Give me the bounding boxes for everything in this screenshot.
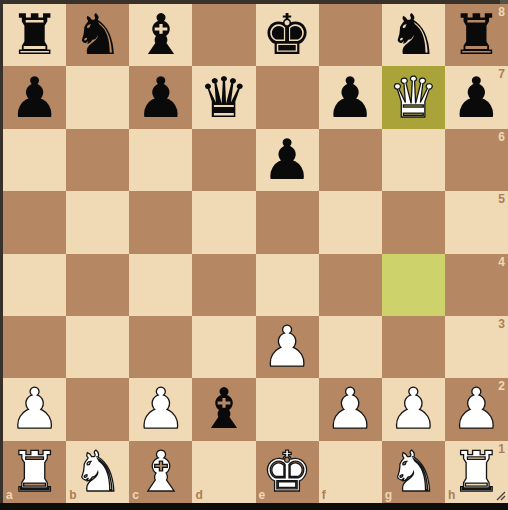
square-a8[interactable]: ♜ (3, 4, 66, 66)
square-a5[interactable] (3, 191, 66, 253)
chess-board: ♜♞♝♚♞8♜♟♟♛♟♛7♟♟654♟3♟♟♝♟♟2♟a♜b♞c♝de♚fg♞1… (3, 4, 508, 503)
square-c7[interactable]: ♟ (129, 66, 192, 128)
rank-label-2: 2 (498, 380, 505, 392)
file-label-c: c (132, 489, 139, 501)
piece-white-knight[interactable]: ♞ (73, 441, 123, 503)
square-h4[interactable]: 4 (445, 254, 508, 316)
square-f3[interactable] (319, 316, 382, 378)
piece-white-queen[interactable]: ♛ (388, 67, 438, 129)
rank-label-5: 5 (498, 193, 505, 205)
square-c6[interactable] (129, 129, 192, 191)
file-label-d: d (195, 489, 202, 501)
square-g6[interactable] (382, 129, 445, 191)
file-label-g: g (385, 489, 392, 501)
piece-white-bishop[interactable]: ♝ (136, 441, 186, 503)
square-c1[interactable]: c♝ (129, 441, 192, 503)
rank-label-7: 7 (498, 68, 505, 80)
square-e3[interactable]: ♟ (256, 316, 319, 378)
piece-black-rook[interactable]: ♜ (451, 4, 501, 66)
square-h6[interactable]: 6 (445, 129, 508, 191)
piece-black-rook[interactable]: ♜ (9, 4, 59, 66)
piece-white-rook[interactable]: ♜ (9, 441, 59, 503)
file-label-h: h (448, 489, 455, 501)
file-label-e: e (259, 489, 266, 501)
rank-label-8: 8 (498, 6, 505, 18)
square-b7[interactable] (66, 66, 129, 128)
square-c4[interactable] (129, 254, 192, 316)
square-h5[interactable]: 5 (445, 191, 508, 253)
square-f6[interactable] (319, 129, 382, 191)
piece-black-pawn[interactable]: ♟ (9, 67, 59, 129)
square-f5[interactable] (319, 191, 382, 253)
square-g5[interactable] (382, 191, 445, 253)
piece-black-king[interactable]: ♚ (262, 4, 312, 66)
square-c3[interactable] (129, 316, 192, 378)
square-c5[interactable] (129, 191, 192, 253)
square-h1[interactable]: 1h♜ (445, 441, 508, 503)
piece-black-queen[interactable]: ♛ (199, 67, 249, 129)
square-g3[interactable] (382, 316, 445, 378)
square-h7[interactable]: 7♟ (445, 66, 508, 128)
square-e6[interactable]: ♟ (256, 129, 319, 191)
board-frame: ♜♞♝♚♞8♜♟♟♛♟♛7♟♟654♟3♟♟♝♟♟2♟a♜b♞c♝de♚fg♞1… (0, 0, 508, 510)
piece-white-king[interactable]: ♚ (262, 441, 312, 503)
square-d2[interactable]: ♝ (192, 378, 255, 440)
square-d4[interactable] (192, 254, 255, 316)
piece-black-pawn[interactable]: ♟ (136, 67, 186, 129)
square-g7[interactable]: ♛ (382, 66, 445, 128)
piece-white-rook[interactable]: ♜ (451, 441, 501, 503)
square-d5[interactable] (192, 191, 255, 253)
board-resize-handle-icon[interactable] (496, 491, 506, 501)
square-a7[interactable]: ♟ (3, 66, 66, 128)
square-e5[interactable] (256, 191, 319, 253)
square-d3[interactable] (192, 316, 255, 378)
square-c8[interactable]: ♝ (129, 4, 192, 66)
square-f2[interactable]: ♟ (319, 378, 382, 440)
square-g8[interactable]: ♞ (382, 4, 445, 66)
piece-white-pawn[interactable]: ♟ (136, 378, 186, 440)
piece-black-pawn[interactable]: ♟ (262, 129, 312, 191)
square-b5[interactable] (66, 191, 129, 253)
frame-bottom-bar (0, 503, 508, 510)
piece-white-pawn[interactable]: ♟ (262, 316, 312, 378)
piece-black-pawn[interactable]: ♟ (325, 67, 375, 129)
square-b3[interactable] (66, 316, 129, 378)
piece-black-bishop[interactable]: ♝ (136, 4, 186, 66)
square-e7[interactable] (256, 66, 319, 128)
square-h3[interactable]: 3 (445, 316, 508, 378)
square-b8[interactable]: ♞ (66, 4, 129, 66)
square-f7[interactable]: ♟ (319, 66, 382, 128)
square-a2[interactable]: ♟ (3, 378, 66, 440)
piece-black-knight[interactable]: ♞ (73, 4, 123, 66)
square-f1[interactable]: f (319, 441, 382, 503)
square-e2[interactable] (256, 378, 319, 440)
rank-label-3: 3 (498, 318, 505, 330)
piece-black-pawn[interactable]: ♟ (451, 67, 501, 129)
piece-white-pawn[interactable]: ♟ (9, 378, 59, 440)
piece-white-pawn[interactable]: ♟ (325, 378, 375, 440)
square-g1[interactable]: g♞ (382, 441, 445, 503)
file-label-f: f (322, 489, 326, 501)
square-e8[interactable]: ♚ (256, 4, 319, 66)
square-f8[interactable] (319, 4, 382, 66)
square-e4[interactable] (256, 254, 319, 316)
square-d1[interactable]: d (192, 441, 255, 503)
square-d6[interactable] (192, 129, 255, 191)
square-b4[interactable] (66, 254, 129, 316)
square-a4[interactable] (3, 254, 66, 316)
square-h2[interactable]: 2♟ (445, 378, 508, 440)
square-c2[interactable]: ♟ (129, 378, 192, 440)
square-a1[interactable]: a♜ (3, 441, 66, 503)
file-label-a: a (6, 489, 13, 501)
piece-white-pawn[interactable]: ♟ (388, 378, 438, 440)
piece-white-knight[interactable]: ♞ (388, 441, 438, 503)
square-g2[interactable]: ♟ (382, 378, 445, 440)
square-d8[interactable] (192, 4, 255, 66)
square-a6[interactable] (3, 129, 66, 191)
piece-black-bishop[interactable]: ♝ (199, 378, 249, 440)
square-g4[interactable] (382, 254, 445, 316)
file-label-b: b (69, 489, 76, 501)
rank-label-1: 1 (498, 443, 505, 455)
square-h8[interactable]: 8♜ (445, 4, 508, 66)
square-b6[interactable] (66, 129, 129, 191)
square-e1[interactable]: e♚ (256, 441, 319, 503)
piece-white-pawn[interactable]: ♟ (451, 378, 501, 440)
piece-black-knight[interactable]: ♞ (388, 4, 438, 66)
rank-label-6: 6 (498, 131, 505, 143)
square-d7[interactable]: ♛ (192, 66, 255, 128)
square-a3[interactable] (3, 316, 66, 378)
square-f4[interactable] (319, 254, 382, 316)
square-b2[interactable] (66, 378, 129, 440)
square-b1[interactable]: b♞ (66, 441, 129, 503)
rank-label-4: 4 (498, 256, 505, 268)
